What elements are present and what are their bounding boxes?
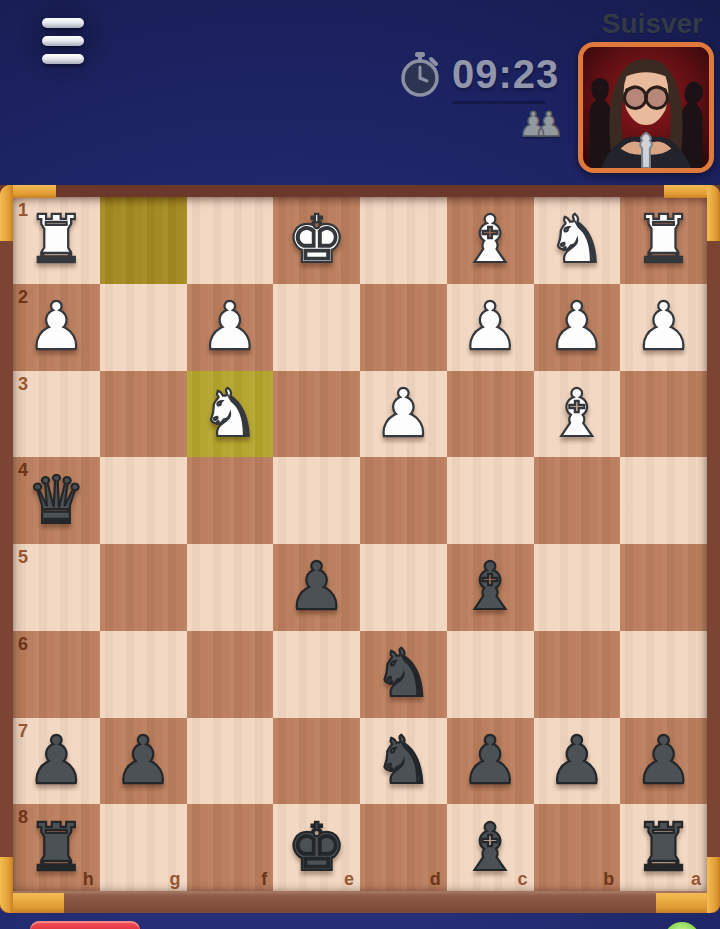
square-b6[interactable]: [534, 631, 621, 718]
square-h2[interactable]: 2♟: [13, 284, 100, 371]
square-h1[interactable]: 1♜: [13, 197, 100, 284]
square-h5[interactable]: 5: [13, 544, 100, 631]
square-d4[interactable]: [360, 457, 447, 544]
file-label-g: g: [170, 870, 181, 888]
square-e6[interactable]: [273, 631, 360, 718]
square-f1[interactable]: [187, 197, 274, 284]
rank-label-5: 5: [18, 548, 28, 566]
white-king[interactable]: ♚: [287, 207, 346, 273]
white-pawn[interactable]: ♟: [547, 294, 606, 360]
square-c5[interactable]: ♝: [447, 544, 534, 631]
opponent-avatar[interactable]: [578, 42, 714, 173]
square-h7[interactable]: 7♟: [13, 718, 100, 805]
game-timer: 09:23: [398, 50, 559, 98]
square-b7[interactable]: ♟: [534, 718, 621, 805]
rank-label-3: 3: [18, 375, 28, 393]
white-rook[interactable]: ♜: [27, 207, 86, 273]
square-a7[interactable]: ♟: [620, 718, 707, 805]
black-king[interactable]: ♚: [287, 815, 346, 881]
avatar-image: [583, 47, 709, 168]
white-bishop[interactable]: ♝: [547, 381, 606, 447]
square-f8[interactable]: f: [187, 804, 274, 891]
square-b5[interactable]: [534, 544, 621, 631]
square-d3[interactable]: ♟: [360, 371, 447, 458]
rank-label-6: 6: [18, 635, 28, 653]
hamburger-bar: [42, 36, 84, 46]
timer-value: 09:23: [452, 52, 559, 97]
square-c4[interactable]: [447, 457, 534, 544]
board-frame-top: [0, 185, 720, 197]
black-bishop[interactable]: ♝: [461, 554, 520, 620]
black-pawn[interactable]: ♟: [27, 728, 86, 794]
square-g7[interactable]: ♟: [100, 718, 187, 805]
square-e5[interactable]: ♟: [273, 544, 360, 631]
square-c8[interactable]: c♝: [447, 804, 534, 891]
square-e3[interactable]: [273, 371, 360, 458]
square-e1[interactable]: ♚: [273, 197, 360, 284]
white-pawn[interactable]: ♟: [634, 294, 693, 360]
square-b4[interactable]: [534, 457, 621, 544]
square-a4[interactable]: [620, 457, 707, 544]
square-d7[interactable]: ♞: [360, 718, 447, 805]
square-e7[interactable]: [273, 718, 360, 805]
square-f3[interactable]: ♞: [187, 371, 274, 458]
square-e2[interactable]: [273, 284, 360, 371]
white-pawn[interactable]: ♟: [374, 381, 433, 447]
white-rook[interactable]: ♜: [634, 207, 693, 273]
square-d8[interactable]: d: [360, 804, 447, 891]
square-g5[interactable]: [100, 544, 187, 631]
green-status-indicator: [664, 922, 700, 929]
black-rook[interactable]: ♜: [634, 815, 693, 881]
hamburger-bar: [42, 18, 84, 28]
square-a6[interactable]: [620, 631, 707, 718]
white-pawn[interactable]: ♟: [461, 294, 520, 360]
black-knight[interactable]: ♞: [374, 641, 433, 707]
black-rook[interactable]: ♜: [27, 815, 86, 881]
hamburger-menu-icon[interactable]: [42, 18, 84, 64]
white-pawn[interactable]: ♟: [200, 294, 259, 360]
chess-board: 1♜♚♝♞♜2♟♟♟♟♟3♞♟♝4♛5♟♝6♞7♟♟♞♟♟♟8h♜gfe♚dc♝…: [0, 185, 720, 913]
file-label-f: f: [261, 870, 267, 888]
black-pawn[interactable]: ♟: [114, 728, 173, 794]
square-a3[interactable]: [620, 371, 707, 458]
square-g8[interactable]: g: [100, 804, 187, 891]
square-a2[interactable]: ♟: [620, 284, 707, 371]
square-g1[interactable]: [100, 197, 187, 284]
white-knight[interactable]: ♞: [547, 207, 606, 273]
white-bishop[interactable]: ♝: [461, 207, 520, 273]
black-bishop[interactable]: ♝: [461, 815, 520, 881]
black-pawn[interactable]: ♟: [547, 728, 606, 794]
black-pawn[interactable]: ♟: [287, 554, 346, 620]
square-h3[interactable]: 3: [13, 371, 100, 458]
square-b1[interactable]: ♞: [534, 197, 621, 284]
square-a5[interactable]: [620, 544, 707, 631]
square-c3[interactable]: [447, 371, 534, 458]
square-f7[interactable]: [187, 718, 274, 805]
square-d6[interactable]: ♞: [360, 631, 447, 718]
square-c7[interactable]: ♟: [447, 718, 534, 805]
square-d5[interactable]: [360, 544, 447, 631]
square-f4[interactable]: [187, 457, 274, 544]
square-c2[interactable]: ♟: [447, 284, 534, 371]
two-pawns-icon: ♟♟: [518, 100, 570, 148]
white-knight[interactable]: ♞: [200, 381, 259, 447]
file-label-d: d: [430, 870, 441, 888]
black-queen[interactable]: ♛: [27, 468, 86, 534]
board-grid: 1♜♚♝♞♜2♟♟♟♟♟3♞♟♝4♛5♟♝6♞7♟♟♞♟♟♟8h♜gfe♚dc♝…: [13, 197, 707, 891]
square-h6[interactable]: 6: [13, 631, 100, 718]
square-h4[interactable]: 4♛: [13, 457, 100, 544]
opponent-name: Suisver: [602, 8, 703, 40]
square-b2[interactable]: ♟: [534, 284, 621, 371]
hamburger-bar: [42, 54, 84, 64]
square-g4[interactable]: [100, 457, 187, 544]
black-pawn[interactable]: ♟: [634, 728, 693, 794]
square-b3[interactable]: ♝: [534, 371, 621, 458]
black-knight[interactable]: ♞: [374, 728, 433, 794]
square-d1[interactable]: [360, 197, 447, 284]
square-c6[interactable]: [447, 631, 534, 718]
square-e8[interactable]: e♚: [273, 804, 360, 891]
square-h8[interactable]: 8h♜: [13, 804, 100, 891]
square-f5[interactable]: [187, 544, 274, 631]
square-g3[interactable]: [100, 371, 187, 458]
square-g6[interactable]: [100, 631, 187, 718]
square-b8[interactable]: b: [534, 804, 621, 891]
square-a8[interactable]: a♜: [620, 804, 707, 891]
file-label-b: b: [603, 870, 614, 888]
red-action-button[interactable]: [30, 921, 140, 929]
square-c1[interactable]: ♝: [447, 197, 534, 284]
black-pawn[interactable]: ♟: [461, 728, 520, 794]
square-f6[interactable]: [187, 631, 274, 718]
square-g2[interactable]: [100, 284, 187, 371]
square-f2[interactable]: ♟: [187, 284, 274, 371]
square-d2[interactable]: [360, 284, 447, 371]
square-e4[interactable]: [273, 457, 360, 544]
stopwatch-icon: [398, 50, 442, 98]
square-a1[interactable]: ♜: [620, 197, 707, 284]
board-frame-bottom: [0, 891, 720, 913]
white-pawn[interactable]: ♟: [27, 294, 86, 360]
